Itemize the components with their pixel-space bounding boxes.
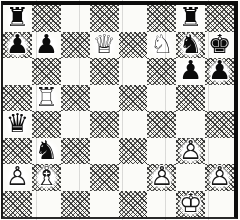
square-b6 bbox=[32, 58, 61, 85]
white-pawn-g3: ♙ bbox=[179, 137, 202, 163]
square-f3 bbox=[147, 138, 176, 165]
square-b3: ♞ bbox=[32, 138, 61, 165]
square-b7: ♟ bbox=[32, 32, 61, 59]
square-d8 bbox=[90, 5, 119, 32]
square-g4 bbox=[176, 111, 205, 138]
square-d4 bbox=[90, 111, 119, 138]
square-d2 bbox=[90, 164, 119, 191]
square-c6 bbox=[61, 58, 90, 85]
square-f8 bbox=[147, 5, 176, 32]
square-e1 bbox=[119, 191, 148, 218]
square-a1 bbox=[3, 191, 32, 218]
black-rook-g8: ♜ bbox=[179, 4, 202, 30]
white-king-g1: ♔ bbox=[179, 190, 202, 216]
chess-diagram: ♜♜♟♟♕♘♞♚♟♟♖♛♞♙♙♗♙♙♔ bbox=[0, 0, 240, 220]
square-c1 bbox=[61, 191, 90, 218]
white-queen-d7: ♕ bbox=[92, 31, 115, 57]
square-h2: ♙ bbox=[205, 164, 234, 191]
square-b5: ♖ bbox=[32, 85, 61, 112]
black-queen-a4: ♛ bbox=[6, 110, 29, 136]
square-f1 bbox=[147, 191, 176, 218]
black-pawn-b7: ♟ bbox=[35, 31, 58, 57]
square-g5 bbox=[176, 85, 205, 112]
square-f7: ♘ bbox=[147, 32, 176, 59]
white-bishop-b2: ♗ bbox=[35, 163, 58, 189]
square-d6 bbox=[90, 58, 119, 85]
square-f5 bbox=[147, 85, 176, 112]
square-e4 bbox=[119, 111, 148, 138]
square-g3: ♙ bbox=[176, 138, 205, 165]
square-d7: ♕ bbox=[90, 32, 119, 59]
square-d3 bbox=[90, 138, 119, 165]
white-pawn-h2: ♙ bbox=[208, 163, 231, 189]
square-c7 bbox=[61, 32, 90, 59]
black-pawn-g6: ♟ bbox=[179, 57, 202, 83]
square-e5 bbox=[119, 85, 148, 112]
black-pawn-h6: ♟ bbox=[208, 57, 231, 83]
square-c8 bbox=[61, 5, 90, 32]
square-e7 bbox=[119, 32, 148, 59]
square-f4 bbox=[147, 111, 176, 138]
black-pawn-a7: ♟ bbox=[6, 31, 29, 57]
square-b4 bbox=[32, 111, 61, 138]
chess-board: ♜♜♟♟♕♘♞♚♟♟♖♛♞♙♙♗♙♙♔ bbox=[1, 1, 238, 219]
black-king-h7: ♚ bbox=[208, 31, 231, 57]
white-knight-f7: ♘ bbox=[150, 31, 173, 57]
square-a8: ♜ bbox=[3, 5, 32, 32]
black-knight-b3: ♞ bbox=[35, 137, 58, 163]
square-a5 bbox=[3, 85, 32, 112]
black-knight-g7: ♞ bbox=[179, 31, 202, 57]
square-h8 bbox=[205, 5, 234, 32]
square-b1 bbox=[32, 191, 61, 218]
square-e6 bbox=[119, 58, 148, 85]
square-c3 bbox=[61, 138, 90, 165]
square-b8 bbox=[32, 5, 61, 32]
square-d1 bbox=[90, 191, 119, 218]
white-pawn-a2: ♙ bbox=[6, 163, 29, 189]
square-d5 bbox=[90, 85, 119, 112]
square-a2: ♙ bbox=[3, 164, 32, 191]
square-h7: ♚ bbox=[205, 32, 234, 59]
square-e2 bbox=[119, 164, 148, 191]
square-g6: ♟ bbox=[176, 58, 205, 85]
square-a3 bbox=[3, 138, 32, 165]
white-pawn-f2: ♙ bbox=[150, 163, 173, 189]
square-f6 bbox=[147, 58, 176, 85]
square-c5 bbox=[61, 85, 90, 112]
black-rook-a8: ♜ bbox=[6, 4, 29, 30]
square-h3 bbox=[205, 138, 234, 165]
square-c4 bbox=[61, 111, 90, 138]
square-c2 bbox=[61, 164, 90, 191]
square-g1: ♔ bbox=[176, 191, 205, 218]
square-g7: ♞ bbox=[176, 32, 205, 59]
white-rook-b5: ♖ bbox=[35, 84, 58, 110]
square-h6: ♟ bbox=[205, 58, 234, 85]
square-e8 bbox=[119, 5, 148, 32]
square-a7: ♟ bbox=[3, 32, 32, 59]
square-h4 bbox=[205, 111, 234, 138]
square-h1 bbox=[205, 191, 234, 218]
square-a6 bbox=[3, 58, 32, 85]
square-g2 bbox=[176, 164, 205, 191]
square-h5 bbox=[205, 85, 234, 112]
square-b2: ♗ bbox=[32, 164, 61, 191]
square-e3 bbox=[119, 138, 148, 165]
square-f2: ♙ bbox=[147, 164, 176, 191]
square-a4: ♛ bbox=[3, 111, 32, 138]
square-g8: ♜ bbox=[176, 5, 205, 32]
